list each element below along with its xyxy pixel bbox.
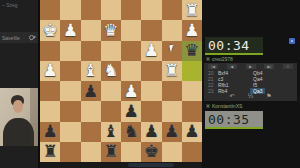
board-bottom-button[interactable]	[128, 163, 174, 167]
square-r5c5[interactable]	[141, 101, 161, 121]
square-r3c2[interactable]: ♝	[81, 61, 101, 81]
square-r2c4[interactable]	[121, 41, 141, 61]
square-r5c3[interactable]	[101, 101, 121, 121]
piece-bR[interactable]: ♜	[101, 142, 121, 162]
chess-board[interactable]: ♜♚♟♛♟♟♛♟♝♞♜♟♟♟♟♝♞♟♟♟♜♜♚	[40, 0, 202, 162]
square-r2c3[interactable]	[101, 41, 121, 61]
square-r6c5[interactable]: ♟	[141, 122, 161, 142]
piece-bP[interactable]: ♟	[40, 122, 60, 142]
move-nav-toolbar: |◀◀▶▶|≡	[204, 63, 297, 70]
square-r7c5[interactable]: ♚	[141, 142, 161, 162]
square-r7c1[interactable]	[60, 142, 80, 162]
square-r1c1[interactable]: ♟	[60, 20, 80, 40]
piece-bK[interactable]: ♚	[141, 142, 161, 162]
square-r1c5[interactable]	[141, 20, 161, 40]
square-r1c6[interactable]	[162, 20, 182, 40]
square-r1c2[interactable]	[81, 20, 101, 40]
square-r6c2[interactable]	[81, 122, 101, 142]
app-window: – Szeg Savefile ♜♚♟♛♟♟♛♟♝♞♜♟♟♟♟♝♞♟♟♟♜♜♚ …	[0, 0, 300, 168]
bottom-clock-active-line	[205, 127, 263, 129]
top-player-name: creo2978	[212, 56, 233, 62]
square-r7c6[interactable]	[162, 142, 182, 162]
square-r5c2[interactable]	[81, 101, 101, 121]
savefile-button[interactable]: Savefile	[0, 32, 38, 43]
square-r3c4[interactable]	[121, 61, 141, 81]
square-r6c6[interactable]: ♟	[162, 122, 182, 142]
square-r2c0[interactable]	[40, 41, 60, 61]
piece-wP[interactable]: ♟	[40, 61, 60, 81]
piece-wR[interactable]: ♜	[182, 0, 202, 20]
bottom-player-row[interactable]: KonstantinXS	[206, 103, 242, 109]
piece-bP[interactable]: ♟	[141, 122, 161, 142]
square-r2c2[interactable]	[81, 41, 101, 61]
piece-wQ[interactable]: ♛	[101, 20, 121, 40]
square-r4c7[interactable]	[182, 81, 202, 101]
square-r4c1[interactable]	[60, 81, 80, 101]
square-r5c0[interactable]	[40, 101, 60, 121]
square-r3c7[interactable]	[182, 61, 202, 81]
square-r5c7[interactable]	[182, 101, 202, 121]
move-nav-button-4[interactable]: ≡	[283, 64, 293, 69]
square-r0c5[interactable]	[141, 0, 161, 20]
top-player-row[interactable]: creo2978	[206, 56, 233, 62]
square-r5c1[interactable]	[60, 101, 80, 121]
square-r0c0[interactable]	[40, 0, 60, 20]
left-sidebar: – Szeg Savefile	[0, 0, 40, 168]
bottom-player-clock: 00:35	[205, 111, 263, 127]
top-player-flag-icon	[206, 57, 210, 61]
square-r0c3[interactable]	[101, 0, 121, 20]
square-r4c2[interactable]: ♟	[81, 81, 101, 101]
piece-bN[interactable]: ♞	[121, 122, 141, 142]
square-r0c6[interactable]	[162, 0, 182, 20]
square-r1c3[interactable]: ♛	[101, 20, 121, 40]
takeback-icon[interactable]: ↶	[229, 92, 234, 100]
move-nav-button-3[interactable]: ▶|	[264, 64, 274, 69]
piece-wR[interactable]: ♜	[162, 61, 182, 81]
square-r7c3[interactable]: ♜	[101, 142, 121, 162]
piece-bP[interactable]: ♟	[182, 122, 202, 142]
bottom-player-name: KonstantinXS	[212, 103, 242, 109]
square-r6c7[interactable]: ♟	[182, 122, 202, 142]
bottom-player-flag-icon	[206, 104, 210, 108]
draw-offer-icon[interactable]: ½	[247, 92, 253, 100]
blue-cast-icon[interactable]	[289, 38, 295, 44]
square-r4c6[interactable]	[162, 81, 182, 101]
square-r7c4[interactable]	[121, 142, 141, 162]
square-r2c5[interactable]: ♟	[141, 41, 161, 61]
board-bottom-bar	[40, 162, 202, 168]
square-r6c1[interactable]	[60, 122, 80, 142]
move-list: 20Bxf4Qb421c3Qa422Rfb1f523Rb4Qa3	[204, 70, 297, 94]
square-r6c4[interactable]: ♞	[121, 122, 141, 142]
piece-bQ[interactable]: ♛	[182, 41, 202, 61]
square-r4c3[interactable]	[101, 81, 121, 101]
square-r1c4[interactable]	[121, 20, 141, 40]
window-title: – Szeg	[2, 2, 18, 8]
square-r0c1[interactable]	[60, 0, 80, 20]
savefile-label: Savefile	[2, 35, 20, 41]
game-action-buttons: ↶½⚑	[204, 92, 297, 100]
square-r2c7[interactable]: ♛	[182, 41, 202, 61]
resign-flag-icon[interactable]: ⚑	[266, 92, 271, 100]
square-r3c0[interactable]: ♟	[40, 61, 60, 81]
square-r4c4[interactable]: ♟	[121, 81, 141, 101]
move-nav-button-2[interactable]: ▶	[246, 64, 256, 69]
piece-wP[interactable]: ♟	[121, 81, 141, 101]
piece-wB[interactable]: ♝	[81, 61, 101, 81]
square-r0c7[interactable]: ♜	[182, 0, 202, 20]
square-r3c3[interactable]: ♞	[101, 61, 121, 81]
piece-bP[interactable]: ♟	[162, 122, 182, 142]
webcam-video	[0, 88, 38, 146]
piece-wP[interactable]: ♟	[182, 20, 202, 40]
top-player-clock: 00:34	[205, 37, 263, 53]
game-panel: 00:34 creo2978 |◀◀▶▶|≡ 20Bxf4Qb421c3Qa42…	[202, 0, 300, 168]
square-r2c1[interactable]	[60, 41, 80, 61]
square-r4c0[interactable]	[40, 81, 60, 101]
square-r0c2[interactable]	[81, 0, 101, 20]
square-r3c5[interactable]	[141, 61, 161, 81]
square-r7c0[interactable]: ♜	[40, 142, 60, 162]
piece-wK[interactable]: ♚	[40, 20, 60, 40]
webcam-shadow	[30, 88, 38, 146]
piece-wP[interactable]: ♟	[141, 41, 161, 61]
square-r4c5[interactable]	[141, 81, 161, 101]
square-r1c7[interactable]: ♟	[182, 20, 202, 40]
square-r0c4[interactable]	[121, 0, 141, 20]
piece-bB[interactable]: ♝	[101, 122, 121, 142]
piece-bP[interactable]: ♟	[81, 81, 101, 101]
piece-bP[interactable]: ♟	[121, 101, 141, 121]
square-r1c0[interactable]: ♚	[40, 20, 60, 40]
square-r7c2[interactable]	[81, 142, 101, 162]
streamer-face	[13, 100, 23, 113]
square-r7c7[interactable]	[182, 142, 202, 162]
square-r5c4[interactable]: ♟	[121, 101, 141, 121]
piece-wN[interactable]: ♞	[101, 61, 121, 81]
square-r6c0[interactable]: ♟	[40, 122, 60, 142]
wrench-icon[interactable]	[29, 34, 36, 41]
square-r6c3[interactable]: ♝	[101, 122, 121, 142]
top-clock-active-line	[205, 53, 263, 55]
move-nav-button-1[interactable]: ◀	[227, 64, 237, 69]
piece-wP[interactable]: ♟	[60, 20, 80, 40]
square-r5c6[interactable]	[162, 101, 182, 121]
square-r3c1[interactable]	[60, 61, 80, 81]
move-nav-button-0[interactable]: |◀	[208, 64, 218, 69]
piece-bR[interactable]: ♜	[40, 142, 60, 162]
square-r3c6[interactable]: ♜	[162, 61, 182, 81]
